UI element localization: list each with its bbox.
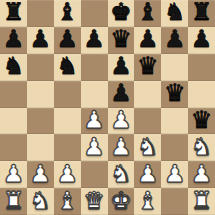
black-queen[interactable]: ♛ (191, 108, 213, 132)
square-g3[interactable] (161, 134, 188, 161)
square-e1[interactable]: ♚ (108, 188, 135, 215)
black-pawn[interactable]: ♟ (83, 27, 105, 51)
square-d2[interactable] (81, 161, 108, 188)
square-f5[interactable] (134, 81, 161, 108)
square-d5[interactable] (81, 81, 108, 108)
square-a8[interactable]: ♜ (0, 0, 27, 27)
white-pawn[interactable]: ♟ (83, 108, 105, 132)
square-g5[interactable]: ♛ (161, 81, 188, 108)
white-queen[interactable]: ♛ (83, 189, 105, 213)
square-g4[interactable] (161, 108, 188, 135)
square-c2[interactable]: ♟ (54, 161, 81, 188)
black-king[interactable]: ♚ (110, 0, 132, 24)
square-h5[interactable] (188, 81, 215, 108)
white-pawn[interactable]: ♟ (3, 162, 25, 186)
black-pawn[interactable]: ♟ (164, 27, 186, 51)
black-bishop[interactable]: ♝ (137, 0, 159, 24)
white-knight[interactable]: ♞ (110, 162, 132, 186)
black-rook[interactable]: ♜ (191, 0, 213, 24)
black-queen[interactable]: ♛ (110, 27, 132, 51)
square-c6[interactable]: ♞ (54, 54, 81, 81)
square-f3[interactable]: ♞ (134, 134, 161, 161)
square-d7[interactable]: ♟ (81, 27, 108, 54)
black-pawn[interactable]: ♟ (191, 27, 213, 51)
square-a7[interactable]: ♟ (0, 27, 27, 54)
white-knight[interactable]: ♞ (137, 135, 159, 159)
square-b2[interactable]: ♟ (27, 161, 54, 188)
white-bishop[interactable]: ♝ (56, 189, 78, 213)
square-b4[interactable] (27, 108, 54, 135)
square-g2[interactable]: ♟ (161, 161, 188, 188)
square-b5[interactable] (27, 81, 54, 108)
square-e7[interactable]: ♛ (108, 27, 135, 54)
black-pawn[interactable]: ♟ (3, 27, 25, 51)
square-f7[interactable]: ♟ (134, 27, 161, 54)
square-c8[interactable]: ♝ (54, 0, 81, 27)
square-a5[interactable] (0, 81, 27, 108)
square-h2[interactable]: ♟ (188, 161, 215, 188)
square-f8[interactable]: ♝ (134, 0, 161, 27)
white-pawn[interactable]: ♟ (83, 135, 105, 159)
white-pawn[interactable]: ♟ (110, 135, 132, 159)
square-f6[interactable]: ♛ (134, 54, 161, 81)
square-g6[interactable] (161, 54, 188, 81)
white-bishop[interactable]: ♝ (137, 189, 159, 213)
black-queen[interactable]: ♛ (137, 54, 159, 78)
white-rook[interactable]: ♜ (3, 189, 25, 213)
white-pawn[interactable]: ♟ (56, 162, 78, 186)
white-pawn[interactable]: ♟ (191, 162, 213, 186)
square-c5[interactable] (54, 81, 81, 108)
white-pawn[interactable]: ♟ (110, 108, 132, 132)
square-e5[interactable]: ♟ (108, 81, 135, 108)
black-pawn[interactable]: ♟ (137, 27, 159, 51)
square-b7[interactable]: ♟ (27, 27, 54, 54)
square-b8[interactable] (27, 0, 54, 27)
square-g7[interactable]: ♟ (161, 27, 188, 54)
square-h1[interactable]: ♜ (188, 188, 215, 215)
square-e4[interactable]: ♟ (108, 108, 135, 135)
square-a6[interactable]: ♞ (0, 54, 27, 81)
square-a3[interactable] (0, 134, 27, 161)
square-f1[interactable]: ♝ (134, 188, 161, 215)
square-c1[interactable]: ♝ (54, 188, 81, 215)
square-d3[interactable]: ♟ (81, 134, 108, 161)
square-c7[interactable]: ♟ (54, 27, 81, 54)
black-pawn[interactable]: ♟ (110, 54, 132, 78)
square-d1[interactable]: ♛ (81, 188, 108, 215)
square-h6[interactable] (188, 54, 215, 81)
square-c3[interactable] (54, 134, 81, 161)
black-queen[interactable]: ♛ (164, 81, 186, 105)
black-pawn[interactable]: ♟ (30, 27, 52, 51)
black-rook[interactable]: ♜ (3, 0, 25, 24)
square-g8[interactable]: ♞ (161, 0, 188, 27)
black-knight[interactable]: ♞ (56, 54, 78, 78)
white-knight[interactable]: ♞ (191, 135, 213, 159)
square-g1[interactable] (161, 188, 188, 215)
square-b3[interactable] (27, 134, 54, 161)
square-h4[interactable]: ♛ (188, 108, 215, 135)
square-d8[interactable] (81, 0, 108, 27)
square-a1[interactable]: ♜ (0, 188, 27, 215)
white-pawn[interactable]: ♟ (137, 162, 159, 186)
square-f2[interactable]: ♟ (134, 161, 161, 188)
white-pawn[interactable]: ♟ (164, 162, 186, 186)
black-knight[interactable]: ♞ (3, 54, 25, 78)
square-h8[interactable]: ♜ (188, 0, 215, 27)
square-b1[interactable]: ♞ (27, 188, 54, 215)
black-pawn[interactable]: ♟ (56, 27, 78, 51)
square-d4[interactable]: ♟ (81, 108, 108, 135)
square-h7[interactable]: ♟ (188, 27, 215, 54)
square-e3[interactable]: ♟ (108, 134, 135, 161)
chess-board: ♜♝♚♝♞♜♟♟♟♟♛♟♟♟♞♞♟♛♟♛♟♟♛♟♟♞♞♟♟♟♞♟♟♟♜♞♝♛♚♝… (0, 0, 215, 215)
black-knight[interactable]: ♞ (164, 0, 186, 24)
square-e6[interactable]: ♟ (108, 54, 135, 81)
square-f4[interactable] (134, 108, 161, 135)
square-e8[interactable]: ♚ (108, 0, 135, 27)
white-knight[interactable]: ♞ (30, 189, 52, 213)
square-b6[interactable] (27, 54, 54, 81)
white-rook[interactable]: ♜ (191, 189, 213, 213)
white-pawn[interactable]: ♟ (30, 162, 52, 186)
white-king[interactable]: ♚ (110, 189, 132, 213)
square-h3[interactable]: ♞ (188, 134, 215, 161)
black-bishop[interactable]: ♝ (56, 0, 78, 24)
square-e2[interactable]: ♞ (108, 161, 135, 188)
square-d6[interactable] (81, 54, 108, 81)
square-a4[interactable] (0, 108, 27, 135)
square-c4[interactable] (54, 108, 81, 135)
square-a2[interactable]: ♟ (0, 161, 27, 188)
black-pawn[interactable]: ♟ (110, 81, 132, 105)
